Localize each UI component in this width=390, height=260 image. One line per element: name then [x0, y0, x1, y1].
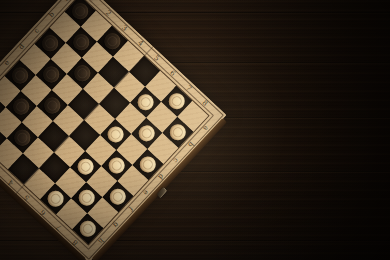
label-rank-6-afile-edge: 6 — [169, 69, 177, 77]
label-file-d-rank1-edge: d — [18, 43, 26, 51]
label-rank-7-hfile-edge: 7 — [56, 223, 64, 231]
label-file-b-rank8-edge: b — [187, 140, 195, 148]
label-file-d-rank8-edge: d — [157, 172, 165, 180]
label-file-g-rank8-edge: g — [112, 221, 120, 229]
label-rank-8-hfile-edge: 8 — [72, 238, 80, 246]
photo-scene: aabbccddeeffgghh1122334455667788 — [0, 0, 390, 260]
label-file-e-rank8-edge: e — [142, 189, 150, 197]
label-file-e-rank1-edge: e — [3, 60, 11, 68]
label-file-c-rank1-edge: c — [33, 28, 41, 36]
label-rank-2-afile-edge: 2 — [104, 9, 112, 17]
label-rank-5-hfile-edge: 5 — [24, 193, 32, 201]
label-file-a-rank1-edge: a — [63, 0, 71, 3]
label-rank-4-hfile-edge: 4 — [7, 178, 15, 186]
label-rank-5-afile-edge: 5 — [152, 54, 160, 62]
label-file-c-rank8-edge: c — [172, 156, 180, 164]
label-file-h-rank8-edge: h — [96, 237, 104, 245]
label-rank-4-afile-edge: 4 — [136, 39, 144, 47]
label-rank-6-hfile-edge: 6 — [40, 208, 48, 216]
label-file-a-rank8-edge: a — [202, 124, 210, 132]
label-rank-7-afile-edge: 7 — [185, 84, 193, 92]
label-rank-3-afile-edge: 3 — [120, 24, 128, 32]
label-file-b-rank1-edge: b — [48, 11, 56, 19]
label-rank-1-afile-edge: 1 — [88, 0, 96, 2]
label-file-f-rank8-edge: f — [127, 205, 134, 212]
label-rank-8-afile-edge: 8 — [201, 99, 209, 107]
